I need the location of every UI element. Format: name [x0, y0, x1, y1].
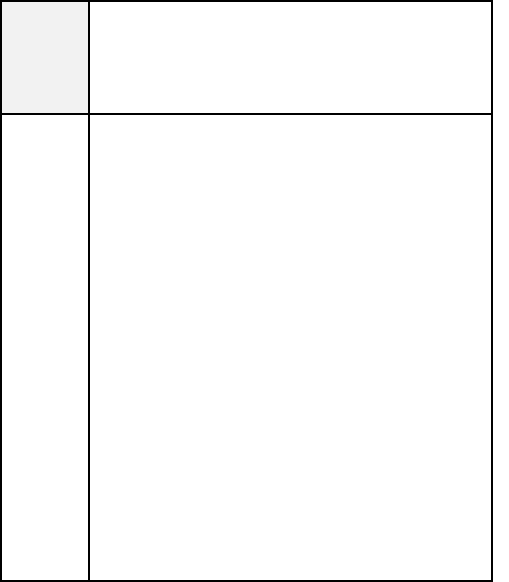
nonogram-page — [0, 0, 509, 582]
frame-line-right — [491, 0, 493, 582]
watermark-corner — [2, 2, 88, 113]
column-clues-panel — [90, 2, 491, 113]
puzzle-grid — [90, 115, 491, 580]
frame-line-clue-separator-vertical — [88, 0, 90, 582]
row-clues-panel — [2, 115, 88, 580]
site-label — [494, 437, 509, 567]
frame-line-left — [0, 0, 2, 582]
frame-line-clue-separator-horizontal — [0, 113, 493, 115]
frame-line-top — [0, 0, 493, 2]
